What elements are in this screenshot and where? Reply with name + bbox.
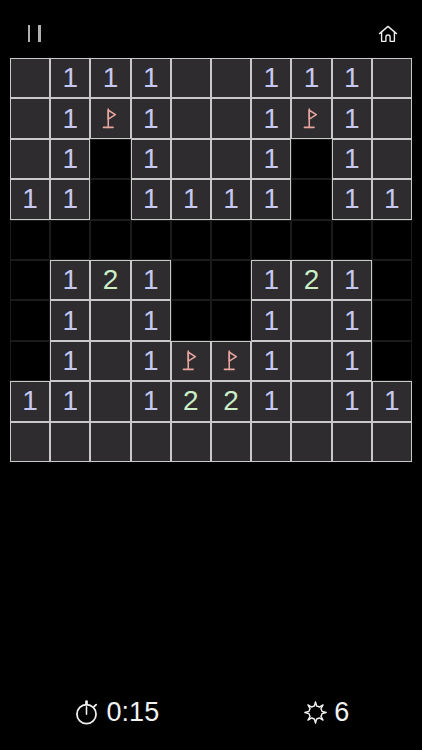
number-cell[interactable]: 1 xyxy=(171,179,211,219)
timer-value: 0:15 xyxy=(107,697,160,728)
flag-cell[interactable] xyxy=(90,98,130,138)
number-cell[interactable]: 1 xyxy=(131,98,171,138)
empty-cell[interactable] xyxy=(372,139,412,179)
pause-icon xyxy=(28,25,31,42)
number-cell[interactable]: 1 xyxy=(211,179,251,219)
empty-cell[interactable] xyxy=(211,422,251,462)
flag-icon xyxy=(177,347,204,374)
flag-icon xyxy=(97,105,124,132)
number-cell[interactable]: 1 xyxy=(50,260,90,300)
number-cell[interactable]: 1 xyxy=(131,139,171,179)
empty-cell[interactable] xyxy=(90,422,130,462)
flag-cell[interactable] xyxy=(211,341,251,381)
number-cell[interactable]: 1 xyxy=(50,139,90,179)
number-cell[interactable]: 1 xyxy=(291,58,331,98)
number-cell[interactable]: 1 xyxy=(332,341,372,381)
app-screen: 1111111 11 1111111111111121121111111 111… xyxy=(0,0,422,750)
number-cell[interactable]: 1 xyxy=(131,381,171,421)
hidden-cell[interactable] xyxy=(10,260,50,300)
pause-button[interactable] xyxy=(22,20,46,46)
number-cell[interactable]: 1 xyxy=(332,300,372,340)
empty-cell[interactable] xyxy=(251,422,291,462)
empty-cell[interactable] xyxy=(372,422,412,462)
empty-cell[interactable] xyxy=(211,139,251,179)
home-button[interactable] xyxy=(377,23,399,45)
hidden-cell[interactable] xyxy=(372,341,412,381)
stopwatch-icon xyxy=(73,699,100,726)
hidden-cell[interactable] xyxy=(211,300,251,340)
number-cell[interactable]: 2 xyxy=(291,260,331,300)
mine-icon xyxy=(304,701,327,724)
hidden-cell[interactable] xyxy=(291,220,331,260)
number-cell[interactable]: 1 xyxy=(50,179,90,219)
number-cell[interactable]: 1 xyxy=(332,260,372,300)
number-cell[interactable]: 1 xyxy=(251,300,291,340)
number-cell[interactable]: 1 xyxy=(251,260,291,300)
number-cell[interactable]: 1 xyxy=(10,381,50,421)
empty-cell[interactable] xyxy=(131,422,171,462)
empty-cell[interactable] xyxy=(90,381,130,421)
empty-cell[interactable] xyxy=(90,300,130,340)
number-cell[interactable]: 1 xyxy=(251,98,291,138)
empty-cell[interactable] xyxy=(291,300,331,340)
home-icon xyxy=(377,23,399,45)
number-cell[interactable]: 2 xyxy=(211,381,251,421)
number-cell[interactable]: 1 xyxy=(332,139,372,179)
empty-cell[interactable] xyxy=(291,381,331,421)
number-cell[interactable]: 1 xyxy=(50,300,90,340)
number-cell[interactable]: 2 xyxy=(90,260,130,300)
hidden-cell[interactable] xyxy=(171,300,211,340)
number-cell[interactable]: 1 xyxy=(131,300,171,340)
empty-cell[interactable] xyxy=(211,58,251,98)
flag-icon xyxy=(298,105,325,132)
flag-icon xyxy=(218,347,245,374)
number-cell[interactable]: 1 xyxy=(251,139,291,179)
number-cell[interactable]: 1 xyxy=(372,179,412,219)
empty-cell[interactable] xyxy=(171,98,211,138)
hidden-cell[interactable] xyxy=(90,220,130,260)
number-cell[interactable]: 1 xyxy=(10,179,50,219)
empty-cell[interactable] xyxy=(372,98,412,138)
empty-cell[interactable] xyxy=(372,58,412,98)
number-cell[interactable]: 1 xyxy=(131,179,171,219)
empty-cell[interactable] xyxy=(10,98,50,138)
number-cell[interactable]: 1 xyxy=(332,179,372,219)
empty-cell[interactable] xyxy=(90,341,130,381)
hidden-cell[interactable] xyxy=(171,260,211,300)
empty-cell[interactable] xyxy=(10,139,50,179)
empty-cell[interactable] xyxy=(10,422,50,462)
flag-cell[interactable] xyxy=(291,98,331,138)
hidden-cell[interactable] xyxy=(372,260,412,300)
empty-cell[interactable] xyxy=(291,341,331,381)
number-cell[interactable]: 1 xyxy=(332,98,372,138)
number-cell[interactable]: 1 xyxy=(90,58,130,98)
number-cell[interactable]: 1 xyxy=(372,381,412,421)
number-cell[interactable]: 1 xyxy=(50,58,90,98)
flag-cell[interactable] xyxy=(171,341,211,381)
hidden-cell[interactable] xyxy=(291,179,331,219)
number-cell[interactable]: 1 xyxy=(251,179,291,219)
mine-counter: 6 xyxy=(304,697,349,728)
empty-cell[interactable] xyxy=(171,58,211,98)
hidden-cell[interactable] xyxy=(332,220,372,260)
hidden-cell[interactable] xyxy=(211,220,251,260)
empty-cell[interactable] xyxy=(50,422,90,462)
hidden-cell[interactable] xyxy=(90,139,130,179)
number-cell[interactable]: 2 xyxy=(171,381,211,421)
hidden-cell[interactable] xyxy=(10,300,50,340)
hidden-cell[interactable] xyxy=(251,220,291,260)
empty-cell[interactable] xyxy=(171,139,211,179)
number-cell[interactable]: 1 xyxy=(332,381,372,421)
top-bar xyxy=(0,0,422,58)
hidden-cell[interactable] xyxy=(50,220,90,260)
number-cell[interactable]: 1 xyxy=(251,381,291,421)
timer: 0:15 xyxy=(73,697,160,728)
number-cell[interactable]: 1 xyxy=(251,341,291,381)
empty-cell[interactable] xyxy=(171,422,211,462)
hidden-cell[interactable] xyxy=(10,220,50,260)
number-cell[interactable]: 1 xyxy=(332,58,372,98)
empty-cell[interactable] xyxy=(10,58,50,98)
number-cell[interactable]: 1 xyxy=(50,381,90,421)
hidden-cell[interactable] xyxy=(90,179,130,219)
minesweeper-board: 1111111 11 1111111111111121121111111 111… xyxy=(10,58,412,462)
status-bar: 0:15 6 xyxy=(0,695,422,729)
mine-count-value: 6 xyxy=(334,697,349,728)
hidden-cell[interactable] xyxy=(291,139,331,179)
hidden-cell[interactable] xyxy=(372,220,412,260)
number-cell[interactable]: 1 xyxy=(131,260,171,300)
number-cell[interactable]: 1 xyxy=(251,58,291,98)
number-cell[interactable]: 1 xyxy=(131,58,171,98)
number-cell[interactable]: 1 xyxy=(131,341,171,381)
hidden-cell[interactable] xyxy=(372,300,412,340)
hidden-cell[interactable] xyxy=(10,341,50,381)
hidden-cell[interactable] xyxy=(131,220,171,260)
empty-cell[interactable] xyxy=(332,422,372,462)
pause-icon xyxy=(38,25,41,42)
empty-cell[interactable] xyxy=(291,422,331,462)
empty-cell[interactable] xyxy=(211,98,251,138)
number-cell[interactable]: 1 xyxy=(50,341,90,381)
number-cell[interactable]: 1 xyxy=(50,98,90,138)
hidden-cell[interactable] xyxy=(211,260,251,300)
hidden-cell[interactable] xyxy=(171,220,211,260)
